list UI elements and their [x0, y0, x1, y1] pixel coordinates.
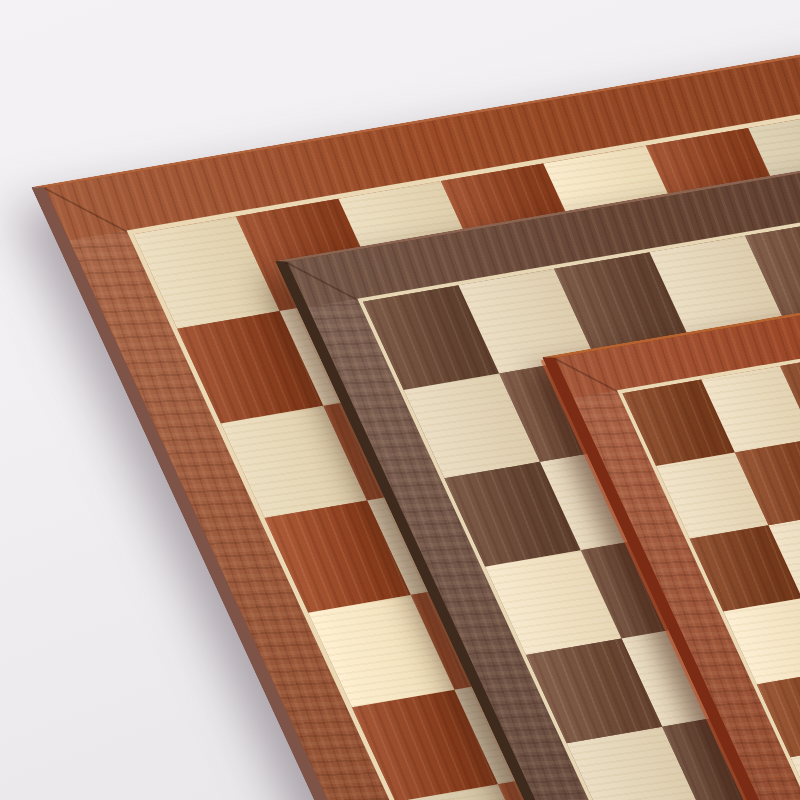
frame-miter-seam — [554, 358, 624, 396]
photo-backdrop — [0, 0, 800, 800]
frame-miter-seam — [286, 262, 365, 304]
frame-miter-seam — [44, 188, 136, 237]
